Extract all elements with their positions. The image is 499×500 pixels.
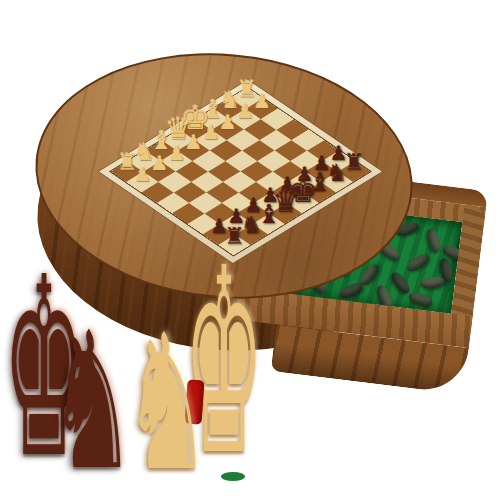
piece-white-p-1-7: ♟ xyxy=(133,164,151,184)
piece-white-p-1-0: ♟ xyxy=(253,91,271,111)
piece-white-p-1-6: ♟ xyxy=(150,154,168,174)
stored-piece xyxy=(389,270,412,296)
stored-piece xyxy=(405,252,431,274)
product-photo-scene: ♜♞♝♛♚♝♞♜♟♟♟♟♟♟♟♟♟♟♟♟♟♟♟♟♜♞♝♛♚♝♞♜ ♚♞♞♚ xyxy=(0,0,499,500)
piece-white-p-1-5: ♟ xyxy=(167,143,185,163)
piece-white-p-1-1: ♟ xyxy=(236,101,254,121)
knight-glyph: ♞ xyxy=(123,309,211,497)
piece-white-p-1-3: ♟ xyxy=(202,122,220,142)
piece-white-p-1-2: ♟ xyxy=(219,112,237,132)
stored-piece xyxy=(407,291,433,309)
stored-piece xyxy=(425,227,443,253)
stored-piece xyxy=(338,281,364,301)
stored-piece xyxy=(420,276,445,290)
piece-white-p-1-4: ♟ xyxy=(185,133,203,153)
